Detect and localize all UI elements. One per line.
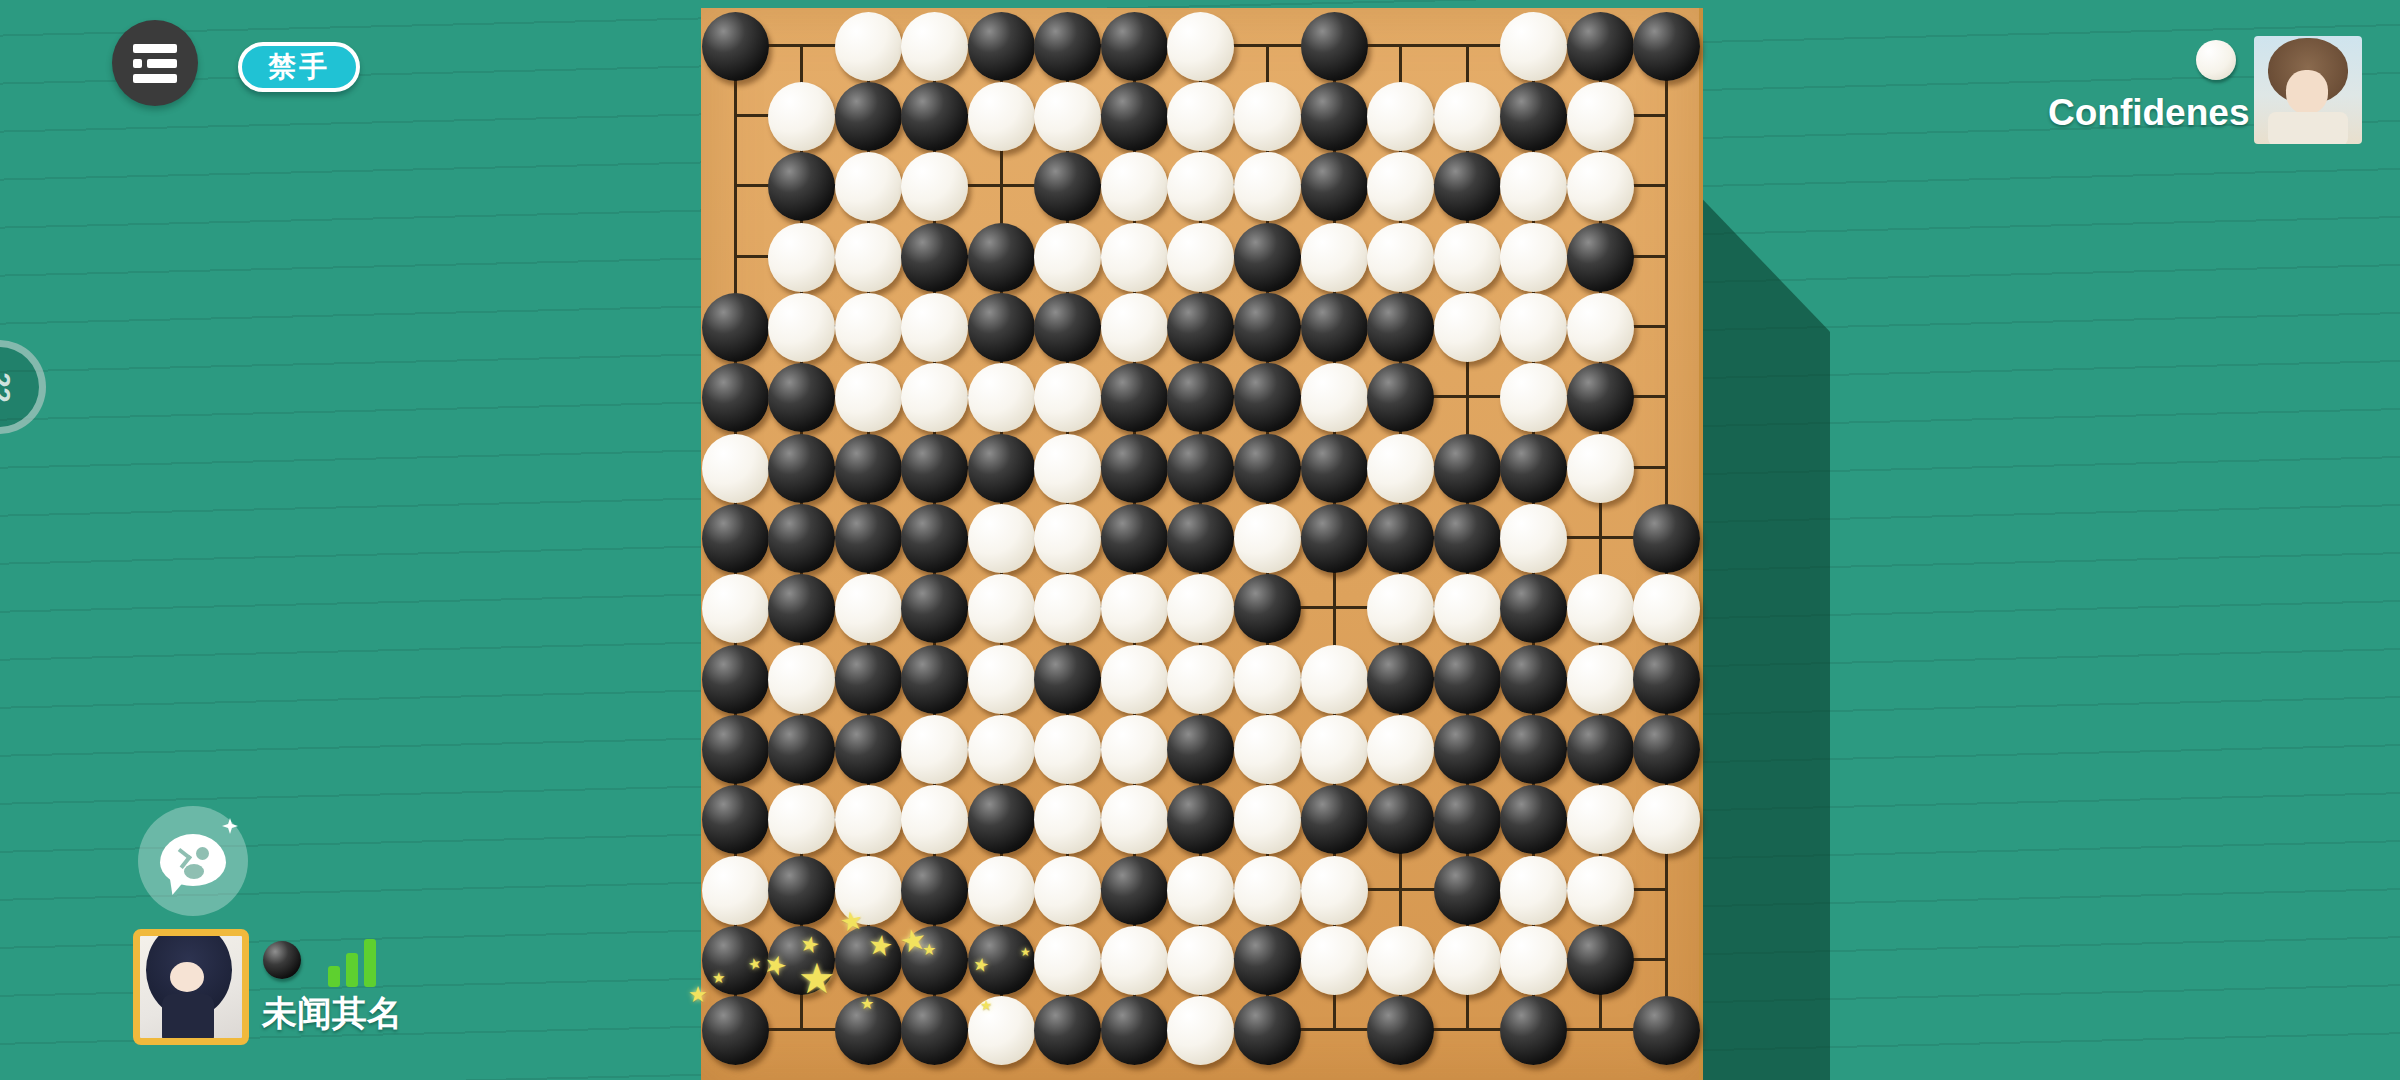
sparkle-icon	[222, 818, 238, 834]
stone-white	[1034, 926, 1101, 995]
stone-white	[1034, 82, 1101, 151]
stone-white	[1034, 223, 1101, 292]
stone-white	[1101, 715, 1168, 784]
stone-black	[1167, 293, 1234, 362]
stone-white	[1367, 574, 1434, 643]
stone-white	[1567, 856, 1634, 925]
stone-white	[968, 715, 1035, 784]
stone-white	[1367, 223, 1434, 292]
stone-black	[768, 152, 835, 221]
stone-white	[1500, 152, 1567, 221]
stone-white	[1167, 926, 1234, 995]
stone-white	[1234, 504, 1301, 573]
stone-white	[901, 363, 968, 432]
stone-black	[1367, 293, 1434, 362]
stone-white	[1034, 363, 1101, 432]
stone-white	[1301, 363, 1368, 432]
stone-black	[1567, 363, 1634, 432]
stone-black	[968, 926, 1035, 995]
stone-black	[1434, 434, 1501, 503]
stone-black	[968, 434, 1035, 503]
stone-white	[1301, 715, 1368, 784]
stone-white	[968, 856, 1035, 925]
stone-white	[1434, 223, 1501, 292]
stone-white	[1234, 785, 1301, 854]
stone-black	[1234, 363, 1301, 432]
stone-black	[835, 715, 902, 784]
stone-black	[1301, 504, 1368, 573]
stone-black	[768, 363, 835, 432]
stone-white	[1167, 223, 1234, 292]
stone-black	[968, 293, 1035, 362]
stone-black	[1567, 12, 1634, 81]
stone-white	[835, 856, 902, 925]
stone-white	[1234, 152, 1301, 221]
stone-black	[901, 645, 968, 714]
stone-white	[768, 223, 835, 292]
stone-black	[835, 926, 902, 995]
stone-black	[835, 434, 902, 503]
stone-black	[1034, 12, 1101, 81]
stone-white	[968, 82, 1035, 151]
stone-white	[1434, 926, 1501, 995]
stone-white	[1367, 82, 1434, 151]
stone-white	[1034, 785, 1101, 854]
stone-white	[835, 574, 902, 643]
stone-white	[1367, 926, 1434, 995]
stone-white	[1301, 926, 1368, 995]
stone-white	[1567, 293, 1634, 362]
stone-black	[1633, 996, 1700, 1065]
stone-white	[1434, 574, 1501, 643]
stone-black	[1234, 926, 1301, 995]
stone-white	[968, 574, 1035, 643]
stone-black	[768, 926, 835, 995]
stone-black	[1234, 293, 1301, 362]
stone-white	[968, 363, 1035, 432]
stone-black	[768, 434, 835, 503]
timer-value: 22	[0, 372, 14, 402]
stone-black	[1367, 504, 1434, 573]
stone-white	[1500, 926, 1567, 995]
stone-black	[1633, 12, 1700, 81]
stone-black	[1101, 856, 1168, 925]
stone-black	[1101, 12, 1168, 81]
stone-black	[1633, 645, 1700, 714]
stone-black	[1500, 82, 1567, 151]
stone-black	[835, 504, 902, 573]
stone-black	[1301, 293, 1368, 362]
black-stone-icon	[263, 941, 301, 979]
stone-black	[1434, 152, 1501, 221]
stone-white	[835, 293, 902, 362]
stone-white	[1101, 223, 1168, 292]
stone-white	[901, 785, 968, 854]
stone-black	[1101, 504, 1168, 573]
stone-white	[835, 152, 902, 221]
stone-white	[1234, 856, 1301, 925]
stone-black	[1234, 434, 1301, 503]
stone-black	[702, 293, 769, 362]
stone-black	[1301, 82, 1368, 151]
game-screen: ★★★★★★★★★★★★★★ 禁手 22 未闻其名 Conf	[0, 0, 2400, 1080]
stone-black	[1367, 645, 1434, 714]
stone-white	[768, 785, 835, 854]
stone-black	[1167, 363, 1234, 432]
top-player-name: Confidenes	[2048, 92, 2249, 134]
stone-black	[768, 504, 835, 573]
chat-emote-button[interactable]	[138, 806, 248, 916]
stone-white	[835, 363, 902, 432]
stone-black	[702, 363, 769, 432]
stone-white	[1434, 82, 1501, 151]
round-eye	[196, 847, 209, 860]
stone-black	[1101, 434, 1168, 503]
stone-black	[1301, 785, 1368, 854]
stone-white	[1034, 574, 1101, 643]
stone-black	[1167, 504, 1234, 573]
stone-black	[1167, 715, 1234, 784]
stone-white	[1500, 363, 1567, 432]
stone-black	[1234, 223, 1301, 292]
stone-black	[1434, 785, 1501, 854]
stone-black	[901, 926, 968, 995]
stone-white	[702, 434, 769, 503]
stone-white	[1500, 12, 1567, 81]
stone-black	[1567, 715, 1634, 784]
stone-white	[1367, 434, 1434, 503]
stone-white	[1101, 785, 1168, 854]
stone-black	[1101, 82, 1168, 151]
stone-black	[1367, 785, 1434, 854]
stone-black	[1567, 926, 1634, 995]
stone-white	[1167, 152, 1234, 221]
stone-white	[1567, 152, 1634, 221]
stone-black	[901, 223, 968, 292]
stone-white	[1034, 856, 1101, 925]
stone-white	[1500, 856, 1567, 925]
stone-white	[1034, 504, 1101, 573]
rule-button-label: 禁手	[268, 48, 330, 86]
stone-black	[1101, 363, 1168, 432]
move-timer-badge: 22	[0, 340, 46, 434]
stone-black	[1434, 715, 1501, 784]
stone-black	[901, 82, 968, 151]
stone-white	[835, 785, 902, 854]
stone-black	[968, 12, 1035, 81]
win-star-effect: ★	[688, 984, 708, 1006]
stone-white	[1167, 574, 1234, 643]
stone-black	[901, 996, 968, 1065]
stone-white	[1301, 223, 1368, 292]
stone-black	[1500, 785, 1567, 854]
stone-white	[1101, 926, 1168, 995]
stone-white	[1500, 223, 1567, 292]
stone-black	[1367, 996, 1434, 1065]
stone-white	[1567, 574, 1634, 643]
bottom-player-avatar[interactable]	[133, 929, 249, 1045]
stone-black	[1234, 574, 1301, 643]
stone-white	[1500, 504, 1567, 573]
board-cast-shadow	[1699, 8, 1830, 1080]
stone-white	[1234, 82, 1301, 151]
stone-black	[968, 785, 1035, 854]
stone-white	[1633, 785, 1700, 854]
hamburger-menu-icon	[133, 44, 177, 82]
stone-black	[702, 785, 769, 854]
stone-white	[1567, 434, 1634, 503]
stone-black	[1034, 152, 1101, 221]
stone-black	[702, 926, 769, 995]
stone-white	[901, 715, 968, 784]
stone-black	[1301, 12, 1368, 81]
stone-black	[1633, 715, 1700, 784]
stone-black	[1301, 434, 1368, 503]
stone-black	[1034, 645, 1101, 714]
stone-white	[1234, 645, 1301, 714]
stone-black	[1633, 504, 1700, 573]
stone-black	[1034, 293, 1101, 362]
forbidden-move-rule-button[interactable]: 禁手	[238, 42, 360, 92]
stone-white	[1434, 293, 1501, 362]
game-board[interactable]: ★★★★★★★★★★★★★★	[701, 8, 1703, 1080]
stone-black	[835, 645, 902, 714]
stone-white	[1034, 434, 1101, 503]
stone-black	[1434, 856, 1501, 925]
stone-black	[702, 996, 769, 1065]
stone-black	[702, 715, 769, 784]
open-mouth	[184, 864, 204, 879]
speech-bubble-icon	[160, 834, 226, 886]
stone-white	[768, 645, 835, 714]
stone-black	[702, 645, 769, 714]
stone-white	[1567, 645, 1634, 714]
stone-white	[1034, 715, 1101, 784]
stone-black	[702, 504, 769, 573]
stone-black	[768, 574, 835, 643]
stone-white	[702, 856, 769, 925]
stone-black	[968, 223, 1035, 292]
stone-white	[1234, 715, 1301, 784]
stone-white	[1367, 152, 1434, 221]
stone-white	[968, 645, 1035, 714]
stone-black	[901, 574, 968, 643]
stone-white	[1101, 645, 1168, 714]
stone-white	[1167, 645, 1234, 714]
stone-black	[1567, 223, 1634, 292]
stone-white	[901, 12, 968, 81]
stone-white	[968, 996, 1035, 1065]
stone-white	[768, 82, 835, 151]
stone-black	[1500, 996, 1567, 1065]
stone-white	[835, 12, 902, 81]
stone-white	[1167, 996, 1234, 1065]
stone-white	[1167, 12, 1234, 81]
stone-white	[835, 223, 902, 292]
stone-white	[768, 293, 835, 362]
stone-black	[1101, 996, 1168, 1065]
stone-white	[1167, 82, 1234, 151]
stone-white	[1367, 715, 1434, 784]
stone-black	[1367, 363, 1434, 432]
stone-black	[1500, 715, 1567, 784]
stone-white	[1500, 293, 1567, 362]
stone-white	[968, 504, 1035, 573]
stone-black	[1301, 152, 1368, 221]
stone-white	[901, 152, 968, 221]
stone-black	[901, 434, 968, 503]
stone-white	[1633, 574, 1700, 643]
stone-white	[702, 574, 769, 643]
bottom-player-name: 未闻其名	[262, 990, 402, 1037]
stone-white	[1167, 856, 1234, 925]
stone-white	[1301, 856, 1368, 925]
stone-black	[768, 715, 835, 784]
stone-white	[1567, 82, 1634, 151]
stone-white	[1101, 574, 1168, 643]
stone-white	[1301, 645, 1368, 714]
stone-black	[1434, 504, 1501, 573]
white-stone-icon	[2196, 40, 2236, 80]
stone-black	[1500, 574, 1567, 643]
stone-black	[835, 82, 902, 151]
stone-black	[901, 504, 968, 573]
stone-white	[1101, 293, 1168, 362]
stone-black	[768, 856, 835, 925]
stone-white	[1567, 785, 1634, 854]
top-player-avatar[interactable]	[2254, 36, 2362, 144]
stone-black	[1500, 645, 1567, 714]
stone-black	[1034, 996, 1101, 1065]
stone-black	[1167, 785, 1234, 854]
stone-white	[1101, 152, 1168, 221]
menu-button[interactable]	[112, 20, 198, 106]
stone-black	[1167, 434, 1234, 503]
stone-black	[1234, 996, 1301, 1065]
stone-black	[1500, 434, 1567, 503]
stone-black	[1434, 645, 1501, 714]
stone-black	[702, 12, 769, 81]
stone-black	[835, 996, 902, 1065]
stone-black	[901, 856, 968, 925]
stone-white	[901, 293, 968, 362]
